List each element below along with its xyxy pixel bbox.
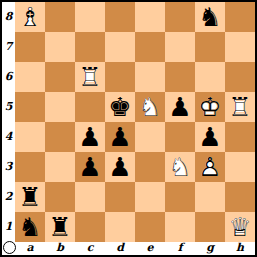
square-d6[interactable] — [105, 62, 135, 92]
square-c6[interactable]: ♜♖ — [75, 62, 105, 92]
square-c2[interactable] — [75, 182, 105, 212]
white-rook[interactable]: ♜♖ — [75, 62, 105, 92]
square-a7[interactable] — [15, 32, 45, 62]
square-c5[interactable] — [75, 92, 105, 122]
file-label-g: g — [195, 242, 225, 255]
file-label-b: b — [45, 242, 75, 255]
square-d5[interactable]: ♚ — [105, 92, 135, 122]
square-f5[interactable]: ♟ — [165, 92, 195, 122]
white-to-move-indicator — [3, 241, 16, 254]
square-e8[interactable] — [135, 2, 165, 32]
square-a1[interactable]: ♞ — [15, 212, 45, 242]
rank-label-1: 1 — [2, 212, 15, 242]
square-c7[interactable] — [75, 32, 105, 62]
square-a2[interactable]: ♜ — [15, 182, 45, 212]
square-e2[interactable] — [135, 182, 165, 212]
square-f4[interactable] — [165, 122, 195, 152]
square-a4[interactable] — [15, 122, 45, 152]
black-pawn[interactable]: ♟ — [165, 92, 195, 122]
square-g1[interactable] — [195, 212, 225, 242]
square-h2[interactable] — [225, 182, 255, 212]
square-h1[interactable]: ♛♕ — [225, 212, 255, 242]
white-king[interactable]: ♚♔ — [195, 92, 225, 122]
square-c1[interactable] — [75, 212, 105, 242]
square-e1[interactable] — [135, 212, 165, 242]
square-b5[interactable] — [45, 92, 75, 122]
square-h3[interactable] — [225, 152, 255, 182]
white-knight[interactable]: ♞♘ — [165, 152, 195, 182]
file-label-f: f — [165, 242, 195, 255]
square-g6[interactable] — [195, 62, 225, 92]
file-label-c: c — [75, 242, 105, 255]
square-f8[interactable] — [165, 2, 195, 32]
black-pawn[interactable]: ♟ — [75, 122, 105, 152]
file-label-d: d — [105, 242, 135, 255]
black-pawn[interactable]: ♟ — [75, 152, 105, 182]
rank-label-8: 8 — [2, 2, 15, 32]
rank-label-6: 6 — [2, 62, 15, 92]
black-pawn[interactable]: ♟ — [105, 152, 135, 182]
chess-diagram: ♝♗♞♜♖♚♞♘♟♚♔♜♖♟♟♟♟♟♞♘♟♙♜♞♜♛♕ 87654321 abc… — [0, 0, 257, 257]
square-g2[interactable] — [195, 182, 225, 212]
square-d2[interactable] — [105, 182, 135, 212]
rank-label-2: 2 — [2, 182, 15, 212]
square-b3[interactable] — [45, 152, 75, 182]
square-d1[interactable] — [105, 212, 135, 242]
black-rook[interactable]: ♜ — [15, 182, 45, 212]
square-d8[interactable] — [105, 2, 135, 32]
square-h8[interactable] — [225, 2, 255, 32]
white-bishop[interactable]: ♝♗ — [15, 2, 45, 32]
square-f2[interactable] — [165, 182, 195, 212]
square-h6[interactable] — [225, 62, 255, 92]
square-b4[interactable] — [45, 122, 75, 152]
square-h4[interactable] — [225, 122, 255, 152]
black-knight[interactable]: ♞ — [15, 212, 45, 242]
square-e5[interactable]: ♞♘ — [135, 92, 165, 122]
black-pawn[interactable]: ♟ — [195, 122, 225, 152]
square-g5[interactable]: ♚♔ — [195, 92, 225, 122]
square-f1[interactable] — [165, 212, 195, 242]
square-f6[interactable] — [165, 62, 195, 92]
square-g4[interactable]: ♟ — [195, 122, 225, 152]
square-d7[interactable] — [105, 32, 135, 62]
square-f7[interactable] — [165, 32, 195, 62]
square-a6[interactable] — [15, 62, 45, 92]
square-e6[interactable] — [135, 62, 165, 92]
square-b2[interactable] — [45, 182, 75, 212]
file-label-h: h — [225, 242, 255, 255]
square-c4[interactable]: ♟ — [75, 122, 105, 152]
square-b1[interactable]: ♜ — [45, 212, 75, 242]
white-queen[interactable]: ♛♕ — [225, 212, 255, 242]
square-h5[interactable]: ♜♖ — [225, 92, 255, 122]
square-g8[interactable]: ♞ — [195, 2, 225, 32]
file-label-a: a — [15, 242, 45, 255]
black-knight[interactable]: ♞ — [195, 2, 225, 32]
square-f3[interactable]: ♞♘ — [165, 152, 195, 182]
square-a8[interactable]: ♝♗ — [15, 2, 45, 32]
square-e4[interactable] — [135, 122, 165, 152]
chess-board: ♝♗♞♜♖♚♞♘♟♚♔♜♖♟♟♟♟♟♞♘♟♙♜♞♜♛♕ — [15, 2, 255, 242]
file-label-e: e — [135, 242, 165, 255]
square-a5[interactable] — [15, 92, 45, 122]
rank-label-3: 3 — [2, 152, 15, 182]
square-b6[interactable] — [45, 62, 75, 92]
square-h7[interactable] — [225, 32, 255, 62]
white-knight[interactable]: ♞♘ — [135, 92, 165, 122]
square-b8[interactable] — [45, 2, 75, 32]
black-king[interactable]: ♚ — [105, 92, 135, 122]
square-e3[interactable] — [135, 152, 165, 182]
square-e7[interactable] — [135, 32, 165, 62]
square-b7[interactable] — [45, 32, 75, 62]
square-a3[interactable] — [15, 152, 45, 182]
white-pawn[interactable]: ♟♙ — [195, 152, 225, 182]
rank-label-4: 4 — [2, 122, 15, 152]
square-d3[interactable]: ♟ — [105, 152, 135, 182]
rank-label-7: 7 — [2, 32, 15, 62]
square-d4[interactable]: ♟ — [105, 122, 135, 152]
square-c3[interactable]: ♟ — [75, 152, 105, 182]
file-labels: abcdefgh — [15, 242, 255, 255]
square-g7[interactable] — [195, 32, 225, 62]
square-g3[interactable]: ♟♙ — [195, 152, 225, 182]
white-rook[interactable]: ♜♖ — [225, 92, 255, 122]
rank-label-5: 5 — [2, 92, 15, 122]
square-c8[interactable] — [75, 2, 105, 32]
rank-labels: 87654321 — [2, 2, 15, 242]
black-pawn[interactable]: ♟ — [105, 122, 135, 152]
black-rook[interactable]: ♜ — [45, 212, 75, 242]
